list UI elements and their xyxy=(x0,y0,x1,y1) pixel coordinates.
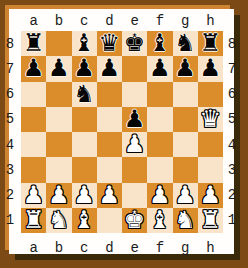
piece-black-bishop[interactable]: ♝ xyxy=(149,31,171,56)
square-b5[interactable] xyxy=(46,107,71,132)
square-h6[interactable] xyxy=(198,82,223,107)
square-h5[interactable]: ♛ xyxy=(198,107,223,132)
square-d4[interactable] xyxy=(97,132,122,157)
piece-black-king[interactable]: ♚ xyxy=(124,31,146,56)
file-label-d: d xyxy=(97,13,122,29)
piece-white-pawn[interactable]: ♟ xyxy=(23,183,45,208)
square-e3[interactable] xyxy=(122,157,147,182)
piece-black-rook[interactable]: ♜ xyxy=(23,31,45,56)
square-g5[interactable] xyxy=(173,107,198,132)
piece-white-pawn[interactable]: ♟ xyxy=(99,183,121,208)
piece-white-rook[interactable]: ♜ xyxy=(23,208,45,233)
piece-black-queen[interactable]: ♛ xyxy=(99,31,121,56)
piece-white-knight[interactable]: ♞ xyxy=(174,208,196,233)
square-g8[interactable]: ♞ xyxy=(173,31,198,56)
square-e4[interactable]: ♟ xyxy=(122,132,147,157)
rank-label-6: 6 xyxy=(224,82,240,107)
square-d5[interactable] xyxy=(97,107,122,132)
file-label-b: b xyxy=(46,13,71,29)
rank-label-4: 4 xyxy=(2,132,18,157)
square-d8[interactable]: ♛ xyxy=(97,31,122,56)
piece-white-bishop[interactable]: ♝ xyxy=(73,208,95,233)
square-a7[interactable]: ♟ xyxy=(21,56,46,81)
square-c3[interactable] xyxy=(72,157,97,182)
file-label-c: c xyxy=(72,13,97,29)
square-a6[interactable] xyxy=(21,82,46,107)
square-g7[interactable]: ♟ xyxy=(173,56,198,81)
file-label-e: e xyxy=(122,240,147,256)
square-e8[interactable]: ♚ xyxy=(122,31,147,56)
square-b8[interactable] xyxy=(46,31,71,56)
file-label-c: c xyxy=(72,240,97,256)
square-f2[interactable]: ♟ xyxy=(147,183,172,208)
square-a1[interactable]: ♜ xyxy=(21,208,46,233)
file-labels-top: abcdefgh xyxy=(21,13,223,29)
rank-label-3: 3 xyxy=(224,157,240,182)
square-g3[interactable] xyxy=(173,157,198,182)
square-d3[interactable] xyxy=(97,157,122,182)
piece-black-bishop[interactable]: ♝ xyxy=(73,31,95,56)
piece-white-knight[interactable]: ♞ xyxy=(48,208,70,233)
square-a5[interactable] xyxy=(21,107,46,132)
file-label-h: h xyxy=(198,240,223,256)
file-label-a: a xyxy=(21,13,46,29)
square-a2[interactable]: ♟ xyxy=(21,183,46,208)
square-b2[interactable]: ♟ xyxy=(46,183,71,208)
square-b4[interactable] xyxy=(46,132,71,157)
piece-white-pawn[interactable]: ♟ xyxy=(149,183,171,208)
square-e6[interactable] xyxy=(122,82,147,107)
file-label-b: b xyxy=(46,240,71,256)
square-f1[interactable]: ♝ xyxy=(147,208,172,233)
rank-labels-right: 87654321 xyxy=(224,31,240,233)
square-g6[interactable] xyxy=(173,82,198,107)
square-b7[interactable]: ♟ xyxy=(46,56,71,81)
rank-label-2: 2 xyxy=(2,183,18,208)
piece-white-pawn[interactable]: ♟ xyxy=(124,132,146,157)
piece-white-pawn[interactable]: ♟ xyxy=(48,183,70,208)
square-a8[interactable]: ♜ xyxy=(21,31,46,56)
piece-white-king[interactable]: ♚ xyxy=(124,208,146,233)
rank-label-5: 5 xyxy=(2,107,18,132)
square-d7[interactable]: ♟ xyxy=(97,56,122,81)
file-label-f: f xyxy=(147,240,172,256)
rank-label-8: 8 xyxy=(224,31,240,56)
piece-black-pawn[interactable]: ♟ xyxy=(174,56,196,81)
piece-white-queen[interactable]: ♛ xyxy=(200,107,222,132)
piece-black-pawn[interactable]: ♟ xyxy=(99,56,121,81)
square-a4[interactable] xyxy=(21,132,46,157)
piece-black-rook[interactable]: ♜ xyxy=(200,31,222,56)
chess-diagram: abcdefgh 87654321 87654321 ♜♝♛♚♝♞♜♟♟♟♟♟♟… xyxy=(0,0,248,268)
square-h1[interactable]: ♜ xyxy=(198,208,223,233)
rank-labels-left: 87654321 xyxy=(2,31,18,233)
chess-board[interactable]: ♜♝♛♚♝♞♜♟♟♟♟♟♟♟♞♟♛♟♟♟♟♟♟♟♟♜♞♝♚♝♞♜ xyxy=(21,31,223,233)
piece-black-pawn[interactable]: ♟ xyxy=(23,56,45,81)
square-g1[interactable]: ♞ xyxy=(173,208,198,233)
piece-white-rook[interactable]: ♜ xyxy=(200,208,222,233)
square-c6[interactable]: ♞ xyxy=(72,82,97,107)
square-e7[interactable] xyxy=(122,56,147,81)
file-label-e: e xyxy=(122,13,147,29)
piece-black-pawn[interactable]: ♟ xyxy=(124,107,146,132)
square-d2[interactable]: ♟ xyxy=(97,183,122,208)
square-f7[interactable]: ♟ xyxy=(147,56,172,81)
piece-white-pawn[interactable]: ♟ xyxy=(200,183,222,208)
piece-black-knight[interactable]: ♞ xyxy=(174,31,196,56)
square-a3[interactable] xyxy=(21,157,46,182)
square-c5[interactable] xyxy=(72,107,97,132)
square-h7[interactable]: ♟ xyxy=(198,56,223,81)
square-h4[interactable] xyxy=(198,132,223,157)
file-label-h: h xyxy=(198,13,223,29)
square-h2[interactable]: ♟ xyxy=(198,183,223,208)
rank-label-3: 3 xyxy=(2,157,18,182)
square-f8[interactable]: ♝ xyxy=(147,31,172,56)
piece-black-pawn[interactable]: ♟ xyxy=(48,56,70,81)
piece-white-pawn[interactable]: ♟ xyxy=(73,183,95,208)
square-f4[interactable] xyxy=(147,132,172,157)
square-f5[interactable] xyxy=(147,107,172,132)
file-label-d: d xyxy=(97,240,122,256)
piece-black-pawn[interactable]: ♟ xyxy=(149,56,171,81)
rank-label-5: 5 xyxy=(224,107,240,132)
piece-black-pawn[interactable]: ♟ xyxy=(200,56,222,81)
rank-label-8: 8 xyxy=(2,31,18,56)
rank-label-1: 1 xyxy=(2,208,18,233)
rank-label-4: 4 xyxy=(224,132,240,157)
rank-label-6: 6 xyxy=(2,82,18,107)
file-labels-bottom: abcdefgh xyxy=(21,240,223,256)
square-h3[interactable] xyxy=(198,157,223,182)
square-c7[interactable]: ♟ xyxy=(72,56,97,81)
rank-label-1: 1 xyxy=(224,208,240,233)
piece-black-pawn[interactable]: ♟ xyxy=(73,56,95,81)
file-label-g: g xyxy=(173,240,198,256)
file-label-g: g xyxy=(173,13,198,29)
rank-label-2: 2 xyxy=(224,183,240,208)
square-f3[interactable] xyxy=(147,157,172,182)
square-d6[interactable] xyxy=(97,82,122,107)
square-h8[interactable]: ♜ xyxy=(198,31,223,56)
square-c1[interactable]: ♝ xyxy=(72,208,97,233)
square-b6[interactable] xyxy=(46,82,71,107)
rank-label-7: 7 xyxy=(2,56,18,81)
square-c2[interactable]: ♟ xyxy=(72,183,97,208)
square-b3[interactable] xyxy=(46,157,71,182)
piece-white-bishop[interactable]: ♝ xyxy=(149,208,171,233)
square-c8[interactable]: ♝ xyxy=(72,31,97,56)
rank-label-7: 7 xyxy=(224,56,240,81)
square-e1[interactable]: ♚ xyxy=(122,208,147,233)
square-e5[interactable]: ♟ xyxy=(122,107,147,132)
square-b1[interactable]: ♞ xyxy=(46,208,71,233)
square-g2[interactable]: ♟ xyxy=(173,183,198,208)
file-label-f: f xyxy=(147,13,172,29)
piece-black-knight[interactable]: ♞ xyxy=(73,82,95,107)
square-e2[interactable] xyxy=(122,183,147,208)
square-d1[interactable] xyxy=(97,208,122,233)
square-f6[interactable] xyxy=(147,82,172,107)
square-c4[interactable] xyxy=(72,132,97,157)
square-g4[interactable] xyxy=(173,132,198,157)
file-label-a: a xyxy=(21,240,46,256)
piece-white-pawn[interactable]: ♟ xyxy=(174,183,196,208)
